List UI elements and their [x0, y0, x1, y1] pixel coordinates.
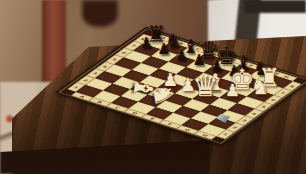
- white-queen-f4[interactable]: ♛: [193, 72, 219, 101]
- black-pawn-b7[interactable]: ♟: [157, 42, 170, 57]
- black-pawn-a7[interactable]: ♟: [140, 36, 153, 51]
- photo-scene: ABCDEFGH8877665544332211ABCDEFGH ♜♞♝♛♚♝♞…: [0, 0, 306, 174]
- chair-silhouette: [82, 0, 118, 27]
- chair-back: [244, 0, 306, 13]
- white-knight-h6[interactable]: ♞: [250, 76, 269, 98]
- black-pawn-d7[interactable]: ♟: [192, 53, 205, 68]
- black-pawn-c7[interactable]: ♟: [175, 47, 188, 62]
- white-pawn-g5[interactable]: ♟: [225, 82, 240, 99]
- white-knight-d3-fallen[interactable]: ♞: [148, 81, 177, 108]
